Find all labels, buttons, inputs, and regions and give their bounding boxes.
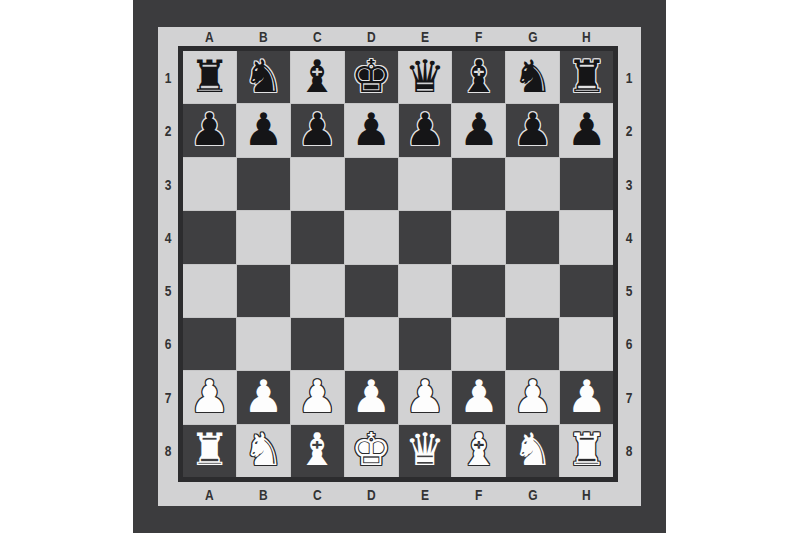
black-rook-h1: ♜: [566, 54, 606, 99]
white-knight-g8: ♞: [513, 427, 553, 472]
square-a6: [183, 318, 236, 370]
white-pawn-c7: ♟: [297, 374, 337, 419]
square-g8: ♞: [506, 425, 559, 477]
square-b8: ♞: [237, 425, 290, 477]
white-rook-h8: ♜: [566, 427, 606, 472]
chess-board: ♜♞♝♚♛♝♞♜♟♟♟♟♟♟♟♟♟♟♟♟♟♟♟♟♜♞♝♚♛♝♞♜: [183, 51, 613, 477]
square-b2: ♟: [237, 104, 290, 156]
file-label-g: G: [506, 27, 560, 46]
square-f6: [452, 318, 505, 370]
square-c5: [291, 265, 344, 317]
square-h1: ♜: [560, 51, 613, 103]
board-inner-border: ♜♞♝♚♛♝♞♜♟♟♟♟♟♟♟♟♟♟♟♟♟♟♟♟♜♞♝♚♛♝♞♜: [178, 46, 618, 482]
square-h5: [560, 265, 613, 317]
file-labels-bottom: ABCDEFGH: [183, 482, 613, 506]
rank-labels-right: 12345678: [618, 51, 641, 477]
rank-label-7: 7: [618, 371, 641, 424]
white-pawn-f7: ♟: [459, 374, 499, 419]
rank-label-5: 5: [158, 264, 178, 317]
black-knight-b1: ♞: [243, 54, 283, 99]
square-a3: [183, 158, 236, 210]
black-pawn-h2: ♟: [566, 107, 606, 152]
square-g7: ♟: [506, 371, 559, 423]
rank-label-2: 2: [618, 104, 641, 157]
file-label-e: E: [398, 482, 452, 506]
square-f7: ♟: [452, 371, 505, 423]
rank-label-3: 3: [158, 158, 178, 211]
rank-label-3: 3: [618, 158, 641, 211]
rank-label-4: 4: [618, 211, 641, 264]
file-label-a: A: [183, 482, 237, 506]
rank-label-1: 1: [618, 51, 641, 104]
square-a7: ♟: [183, 371, 236, 423]
file-label-d: D: [344, 482, 398, 506]
square-b1: ♞: [237, 51, 290, 103]
file-label-f: F: [452, 482, 506, 506]
black-knight-g1: ♞: [513, 54, 553, 99]
square-f3: [452, 158, 505, 210]
file-label-h: H: [559, 27, 613, 46]
black-king-d1: ♚: [351, 54, 391, 99]
file-label-c: C: [291, 27, 345, 46]
file-label-b: B: [237, 482, 291, 506]
rank-label-2: 2: [158, 104, 178, 157]
white-bishop-c8: ♝: [297, 427, 337, 472]
square-e6: [399, 318, 452, 370]
square-a8: ♜: [183, 425, 236, 477]
black-pawn-g2: ♟: [513, 107, 553, 152]
square-e5: [399, 265, 452, 317]
rank-labels-left: 12345678: [158, 51, 178, 477]
file-label-c: C: [291, 482, 345, 506]
square-b4: [237, 211, 290, 263]
file-label-a: A: [183, 27, 237, 46]
black-queen-e1: ♛: [405, 54, 445, 99]
white-pawn-h7: ♟: [566, 374, 606, 419]
square-a4: [183, 211, 236, 263]
rank-label-5: 5: [618, 264, 641, 317]
square-a2: ♟: [183, 104, 236, 156]
square-d7: ♟: [345, 371, 398, 423]
square-b6: [237, 318, 290, 370]
square-a5: [183, 265, 236, 317]
square-h2: ♟: [560, 104, 613, 156]
square-g3: [506, 158, 559, 210]
square-c2: ♟: [291, 104, 344, 156]
square-h8: ♜: [560, 425, 613, 477]
white-pawn-b7: ♟: [243, 374, 283, 419]
black-pawn-f2: ♟: [459, 107, 499, 152]
white-pawn-g7: ♟: [513, 374, 553, 419]
square-h6: [560, 318, 613, 370]
square-c3: [291, 158, 344, 210]
square-d6: [345, 318, 398, 370]
square-g4: [506, 211, 559, 263]
white-pawn-e7: ♟: [405, 374, 445, 419]
rank-label-7: 7: [158, 371, 178, 424]
square-e1: ♛: [399, 51, 452, 103]
file-label-f: F: [452, 27, 506, 46]
file-labels-top: ABCDEFGH: [183, 27, 613, 46]
white-pawn-a7: ♟: [189, 374, 229, 419]
square-f5: [452, 265, 505, 317]
white-knight-b8: ♞: [243, 427, 283, 472]
black-pawn-c2: ♟: [297, 107, 337, 152]
file-label-d: D: [344, 27, 398, 46]
square-d8: ♚: [345, 425, 398, 477]
square-g2: ♟: [506, 104, 559, 156]
square-e3: [399, 158, 452, 210]
square-f4: [452, 211, 505, 263]
square-g6: [506, 318, 559, 370]
chessboard-frame: ABCDEFGH 12345678 ♜♞♝♚♛♝♞♜♟♟♟♟♟♟♟♟♟♟♟♟♟♟…: [158, 27, 641, 506]
file-label-b: B: [237, 27, 291, 46]
square-c7: ♟: [291, 371, 344, 423]
file-label-e: E: [398, 27, 452, 46]
rank-label-4: 4: [158, 211, 178, 264]
square-d1: ♚: [345, 51, 398, 103]
rank-label-1: 1: [158, 51, 178, 104]
square-e8: ♛: [399, 425, 452, 477]
white-rook-a8: ♜: [189, 427, 229, 472]
square-d5: [345, 265, 398, 317]
square-h4: [560, 211, 613, 263]
rank-label-6: 6: [618, 317, 641, 370]
white-bishop-f8: ♝: [459, 427, 499, 472]
white-queen-e8: ♛: [405, 427, 445, 472]
square-h7: ♟: [560, 371, 613, 423]
square-d4: [345, 211, 398, 263]
file-label-g: G: [506, 482, 560, 506]
black-pawn-b2: ♟: [243, 107, 283, 152]
square-e4: [399, 211, 452, 263]
file-label-h: H: [559, 482, 613, 506]
square-d2: ♟: [345, 104, 398, 156]
square-e7: ♟: [399, 371, 452, 423]
black-pawn-d2: ♟: [351, 107, 391, 152]
page-background: ABCDEFGH 12345678 ♜♞♝♚♛♝♞♜♟♟♟♟♟♟♟♟♟♟♟♟♟♟…: [0, 0, 800, 533]
black-bishop-f1: ♝: [459, 54, 499, 99]
rank-label-8: 8: [618, 424, 641, 477]
square-g1: ♞: [506, 51, 559, 103]
black-bishop-c1: ♝: [297, 54, 337, 99]
square-c1: ♝: [291, 51, 344, 103]
black-rook-a1: ♜: [189, 54, 229, 99]
square-g5: [506, 265, 559, 317]
rank-label-8: 8: [158, 424, 178, 477]
square-e2: ♟: [399, 104, 452, 156]
square-c8: ♝: [291, 425, 344, 477]
white-pawn-d7: ♟: [351, 374, 391, 419]
black-pawn-a2: ♟: [189, 107, 229, 152]
square-b3: [237, 158, 290, 210]
white-king-d8: ♚: [351, 427, 391, 472]
rank-label-6: 6: [158, 317, 178, 370]
square-c4: [291, 211, 344, 263]
square-b7: ♟: [237, 371, 290, 423]
square-h3: [560, 158, 613, 210]
square-a1: ♜: [183, 51, 236, 103]
square-b5: [237, 265, 290, 317]
square-f8: ♝: [452, 425, 505, 477]
black-pawn-e2: ♟: [405, 107, 445, 152]
chessboard-mat: ABCDEFGH 12345678 ♜♞♝♚♛♝♞♜♟♟♟♟♟♟♟♟♟♟♟♟♟♟…: [133, 0, 666, 533]
square-f2: ♟: [452, 104, 505, 156]
square-c6: [291, 318, 344, 370]
square-d3: [345, 158, 398, 210]
square-f1: ♝: [452, 51, 505, 103]
